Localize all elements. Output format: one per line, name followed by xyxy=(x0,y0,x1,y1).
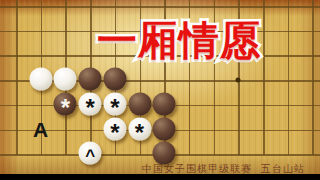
title-text: 一厢情愿 xyxy=(97,13,261,68)
stone-white xyxy=(29,68,52,91)
stone-mark: ^ xyxy=(85,147,95,164)
stone-black xyxy=(153,117,176,140)
stone-mark: * xyxy=(61,96,70,120)
stone-black xyxy=(79,68,102,91)
stone-mark: * xyxy=(135,121,144,145)
letterbox-bottom xyxy=(0,174,320,180)
go-board: 中国女子围棋甲级联赛 五台山站 *****^ A 一厢情愿 xyxy=(0,0,320,180)
stone-mark: * xyxy=(85,96,94,120)
point-label-A: A xyxy=(33,118,48,142)
video-frame: 中国女子围棋甲级联赛 五台山站 *****^ A 一厢情愿 xyxy=(0,0,320,180)
stone-white: * xyxy=(103,92,126,115)
stone-black xyxy=(153,92,176,115)
stone-white: ^ xyxy=(79,142,102,165)
stone-white xyxy=(54,68,77,91)
stone-black xyxy=(153,142,176,165)
stone-black xyxy=(103,68,126,91)
stone-white: * xyxy=(103,117,126,140)
stone-white: * xyxy=(79,92,102,115)
stone-mark: * xyxy=(110,121,119,145)
stone-black: * xyxy=(54,92,77,115)
stone-black xyxy=(128,92,151,115)
stone-white: * xyxy=(128,117,151,140)
